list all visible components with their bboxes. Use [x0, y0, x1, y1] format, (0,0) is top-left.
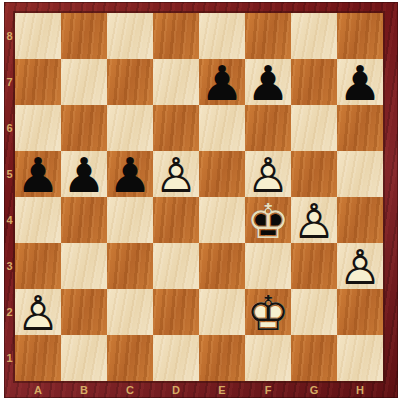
- square-a6[interactable]: [15, 105, 61, 151]
- rank-label-1: 1: [4, 335, 15, 381]
- black-pawn-fill-icon: ♟: [107, 152, 153, 198]
- white-king-outline-icon: ♔: [245, 290, 291, 336]
- square-e6[interactable]: [199, 105, 245, 151]
- white-pawn-outline-icon: ♙: [15, 290, 61, 336]
- rank-label-3: 3: [4, 243, 15, 289]
- square-b5[interactable]: ♟: [61, 151, 107, 197]
- black-king-f4[interactable]: ♚♔: [245, 197, 291, 243]
- square-h1[interactable]: [337, 335, 383, 381]
- square-c5[interactable]: ♟: [107, 151, 153, 197]
- square-c6[interactable]: [107, 105, 153, 151]
- square-g1[interactable]: [291, 335, 337, 381]
- square-h5[interactable]: [337, 151, 383, 197]
- square-h3[interactable]: ♟♙: [337, 243, 383, 289]
- black-pawn-a5[interactable]: ♟: [15, 151, 61, 197]
- white-pawn-f5[interactable]: ♟♙: [245, 151, 291, 197]
- white-pawn-outline-icon: ♙: [153, 152, 199, 198]
- file-label-c: C: [107, 381, 153, 398]
- file-label-b: B: [61, 381, 107, 398]
- file-label-a: A: [15, 381, 61, 398]
- black-pawn-fill-icon: ♟: [245, 60, 291, 106]
- square-f5[interactable]: ♟♙: [245, 151, 291, 197]
- square-g7[interactable]: [291, 59, 337, 105]
- black-pawn-fill-icon: ♟: [337, 60, 383, 106]
- rank-label-8: 8: [4, 13, 15, 59]
- square-a5[interactable]: ♟: [15, 151, 61, 197]
- square-g3[interactable]: [291, 243, 337, 289]
- white-pawn-outline-icon: ♙: [337, 244, 383, 290]
- square-b4[interactable]: [61, 197, 107, 243]
- square-c4[interactable]: [107, 197, 153, 243]
- square-h8[interactable]: [337, 13, 383, 59]
- square-h6[interactable]: [337, 105, 383, 151]
- file-label-h: H: [337, 381, 383, 398]
- file-label-d: D: [153, 381, 199, 398]
- rank-label-6: 6: [4, 105, 15, 151]
- square-f8[interactable]: [245, 13, 291, 59]
- square-c7[interactable]: [107, 59, 153, 105]
- square-e2[interactable]: [199, 289, 245, 335]
- square-e5[interactable]: [199, 151, 245, 197]
- black-pawn-h7[interactable]: ♟: [337, 59, 383, 105]
- file-label-e: E: [199, 381, 245, 398]
- white-pawn-outline-icon: ♙: [291, 198, 337, 244]
- rank-label-4: 4: [4, 197, 15, 243]
- white-king-f2[interactable]: ♚♔: [245, 289, 291, 335]
- file-label-f: F: [245, 381, 291, 398]
- square-g8[interactable]: [291, 13, 337, 59]
- square-h4[interactable]: [337, 197, 383, 243]
- white-pawn-outline-icon: ♙: [245, 152, 291, 198]
- square-c8[interactable]: [107, 13, 153, 59]
- square-c1[interactable]: [107, 335, 153, 381]
- black-pawn-fill-icon: ♟: [199, 60, 245, 106]
- white-pawn-h3[interactable]: ♟♙: [337, 243, 383, 289]
- black-pawn-f7[interactable]: ♟: [245, 59, 291, 105]
- square-g4[interactable]: ♟♙: [291, 197, 337, 243]
- square-f6[interactable]: [245, 105, 291, 151]
- black-king-outline-icon: ♔: [245, 198, 291, 244]
- rank-labels: 87654321: [4, 13, 15, 381]
- black-pawn-c5[interactable]: ♟: [107, 151, 153, 197]
- square-f7[interactable]: ♟: [245, 59, 291, 105]
- square-f2[interactable]: ♚♔: [245, 289, 291, 335]
- square-c2[interactable]: [107, 289, 153, 335]
- square-e4[interactable]: [199, 197, 245, 243]
- square-f1[interactable]: [245, 335, 291, 381]
- file-labels: ABCDEFGH: [15, 381, 383, 398]
- white-pawn-g4[interactable]: ♟♙: [291, 197, 337, 243]
- square-a2[interactable]: ♟♙: [15, 289, 61, 335]
- square-d3[interactable]: [153, 243, 199, 289]
- square-d2[interactable]: [153, 289, 199, 335]
- square-b2[interactable]: [61, 289, 107, 335]
- black-pawn-fill-icon: ♟: [15, 152, 61, 198]
- square-a4[interactable]: [15, 197, 61, 243]
- square-d6[interactable]: [153, 105, 199, 151]
- square-a7[interactable]: [15, 59, 61, 105]
- rank-label-7: 7: [4, 59, 15, 105]
- square-d5[interactable]: ♟♙: [153, 151, 199, 197]
- square-f3[interactable]: [245, 243, 291, 289]
- black-pawn-b5[interactable]: ♟: [61, 151, 107, 197]
- square-d1[interactable]: [153, 335, 199, 381]
- square-g2[interactable]: [291, 289, 337, 335]
- square-d7[interactable]: [153, 59, 199, 105]
- square-b7[interactable]: [61, 59, 107, 105]
- chess-diagram: 87654321 ABCDEFGH ♟♟♟♟♟♟♟♙♟♙♚♔♟♙♟♙♟♙♚♔: [0, 0, 403, 403]
- black-pawn-fill-icon: ♟: [61, 152, 107, 198]
- square-a8[interactable]: [15, 13, 61, 59]
- square-g5[interactable]: [291, 151, 337, 197]
- rank-label-2: 2: [4, 289, 15, 335]
- square-b8[interactable]: [61, 13, 107, 59]
- square-e1[interactable]: [199, 335, 245, 381]
- square-c3[interactable]: [107, 243, 153, 289]
- square-a3[interactable]: [15, 243, 61, 289]
- square-b3[interactable]: [61, 243, 107, 289]
- square-h7[interactable]: ♟: [337, 59, 383, 105]
- square-e7[interactable]: ♟: [199, 59, 245, 105]
- square-h2[interactable]: [337, 289, 383, 335]
- board-frame: 87654321 ABCDEFGH ♟♟♟♟♟♟♟♙♟♙♚♔♟♙♟♙♟♙♚♔: [4, 2, 398, 398]
- square-d8[interactable]: [153, 13, 199, 59]
- square-g6[interactable]: [291, 105, 337, 151]
- white-pawn-a2[interactable]: ♟♙: [15, 289, 61, 335]
- square-e3[interactable]: [199, 243, 245, 289]
- white-pawn-d5[interactable]: ♟♙: [153, 151, 199, 197]
- file-label-g: G: [291, 381, 337, 398]
- square-e8[interactable]: [199, 13, 245, 59]
- chess-board: ♟♟♟♟♟♟♟♙♟♙♚♔♟♙♟♙♟♙♚♔: [15, 13, 383, 381]
- square-d4[interactable]: [153, 197, 199, 243]
- rank-label-5: 5: [4, 151, 15, 197]
- square-b6[interactable]: [61, 105, 107, 151]
- square-b1[interactable]: [61, 335, 107, 381]
- square-a1[interactable]: [15, 335, 61, 381]
- square-f4[interactable]: ♚♔: [245, 197, 291, 243]
- black-pawn-e7[interactable]: ♟: [199, 59, 245, 105]
